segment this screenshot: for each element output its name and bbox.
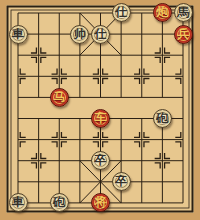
piece-ivory-chariot[interactable]: 車 [9,25,28,44]
piece-glyph: 馬 [177,3,189,22]
piece-glyph: 砲 [156,108,168,127]
piece-glyph: 卒 [95,151,107,170]
piece-glyph: 車 [12,24,24,43]
piece-ivory-horse[interactable]: 馬 [174,3,193,22]
piece-glyph: 仕 [95,24,107,43]
piece-red-general[interactable]: 将 [91,193,110,212]
piece-ivory-cannon[interactable]: 砲 [50,193,69,212]
piece-glyph: 兵 [177,24,189,43]
piece-glyph: 砲 [53,193,65,212]
piece-glyph: 車 [12,193,24,212]
piece-glyph: 仕 [115,3,127,22]
piece-ivory-chariot[interactable]: 車 [9,193,28,212]
piece-glyph: 车 [95,108,107,127]
piece-glyph: 马 [53,87,65,106]
xiangqi-board: 仕炮馬車帅仕兵马车砲卒卒車砲将 [0,0,200,220]
piece-red-horse[interactable]: 马 [50,88,69,107]
piece-ivory-advisor[interactable]: 仕 [112,3,131,22]
piece-red-soldier[interactable]: 兵 [174,25,193,44]
board-grid[interactable]: 仕炮馬車帅仕兵马车砲卒卒車砲将 [8,2,194,213]
piece-ivory-soldier[interactable]: 卒 [112,172,131,191]
piece-glyph: 帅 [74,24,86,43]
piece-ivory-advisor[interactable]: 仕 [91,25,110,44]
piece-red-cannon[interactable]: 炮 [153,3,172,22]
piece-glyph: 卒 [115,172,127,191]
piece-glyph: 炮 [156,3,168,22]
piece-ivory-cannon[interactable]: 砲 [153,109,172,128]
piece-ivory-general[interactable]: 帅 [70,25,89,44]
piece-ivory-soldier[interactable]: 卒 [91,151,110,170]
piece-red-chariot[interactable]: 车 [91,109,110,128]
piece-glyph: 将 [95,193,107,212]
